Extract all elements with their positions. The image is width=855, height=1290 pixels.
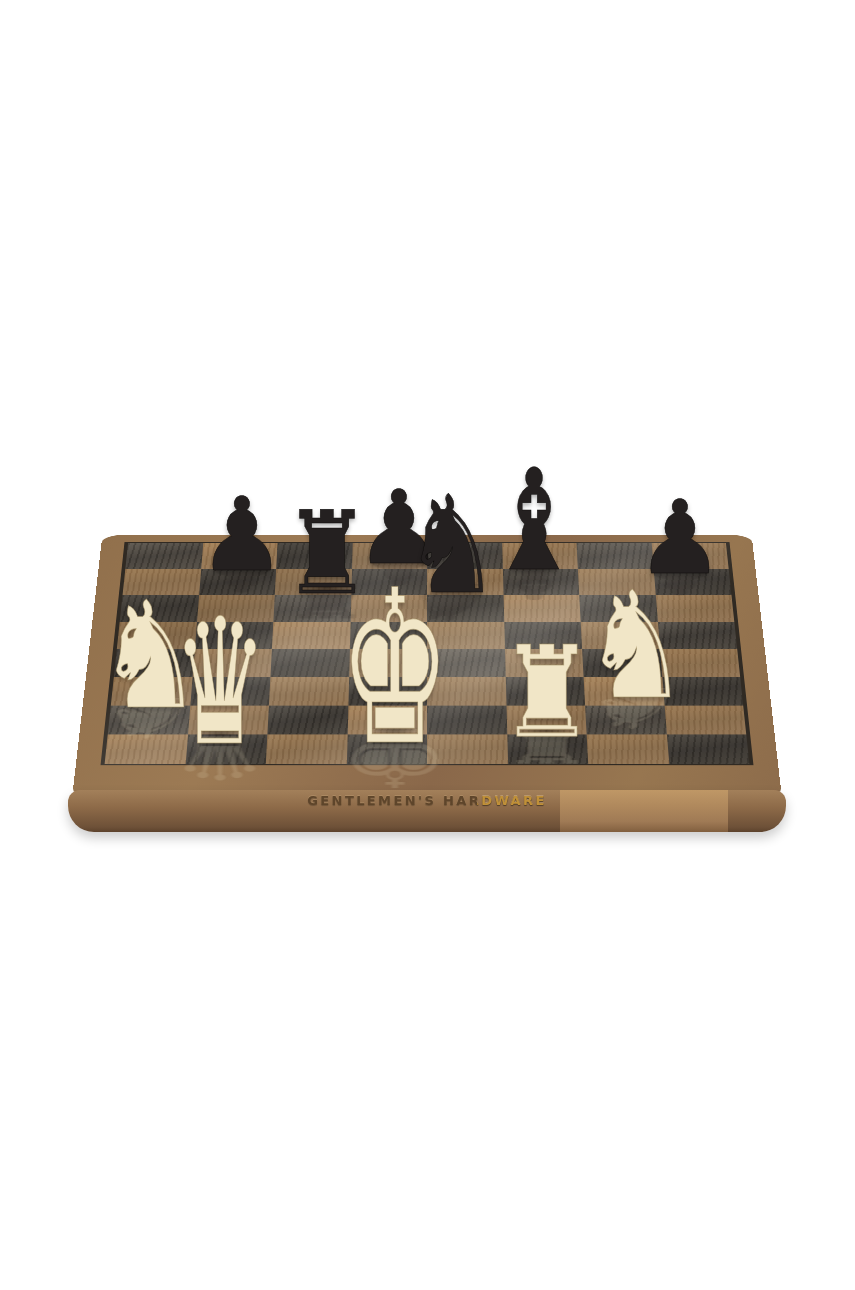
piece-glyph: ♝: [487, 451, 581, 591]
piece-glyph: ♟: [199, 484, 286, 586]
product-photo-scene: GENTLEMEN'S HARDWARE GENTLEMEN'S HARDWAR…: [0, 0, 855, 1290]
piece-glyph: ♜: [499, 630, 595, 756]
piece-glyph: ♞: [583, 572, 689, 720]
piece-glyph: ♛: [173, 595, 267, 770]
pieces-layer: ♟♟♜♜♟♟♞♞♝♝♟♟♞♞♛♛♚♚♜♜♞♞: [0, 0, 855, 1290]
piece-glyph: ♚: [340, 562, 451, 775]
